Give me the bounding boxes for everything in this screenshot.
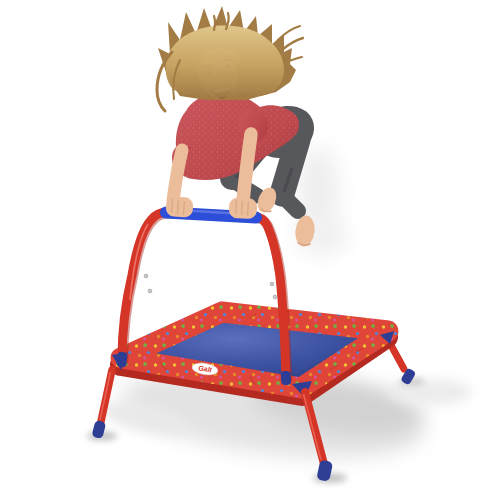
shin-left	[282, 195, 298, 211]
arm-left	[243, 134, 251, 201]
thigh-left	[282, 140, 298, 194]
hand-right	[165, 196, 193, 218]
scene-canvas: Galt	[0, 0, 500, 500]
right-tube-sleeve	[281, 371, 292, 386]
product-photo: Galt	[0, 0, 500, 500]
hand-left	[228, 197, 257, 219]
